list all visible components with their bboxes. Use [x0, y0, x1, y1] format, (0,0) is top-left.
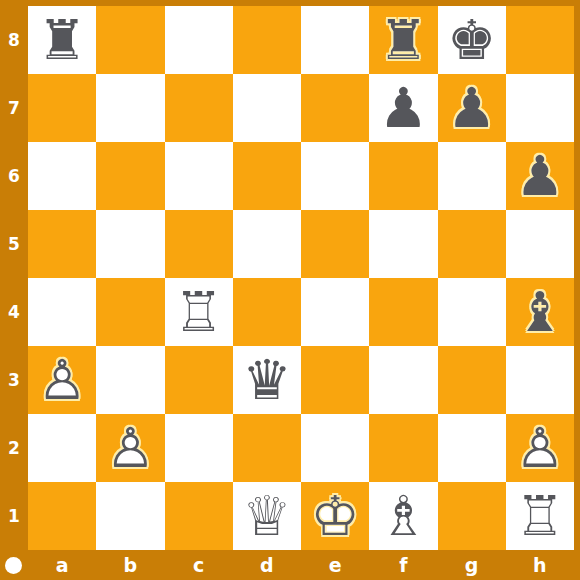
- piece-fill-layer: ♜: [379, 13, 428, 68]
- piece-fill-layer: ♟: [379, 81, 428, 136]
- piece-glyph: ♖: [515, 489, 564, 544]
- square-e6[interactable]: [301, 142, 369, 210]
- piece-fill-layer: ♚: [447, 13, 496, 68]
- square-c5[interactable]: [165, 210, 233, 278]
- piece-glyph: ♙: [106, 421, 155, 476]
- square-d7[interactable]: [233, 74, 301, 142]
- piece-black-rook-a8[interactable]: ♜♜: [28, 6, 96, 74]
- file-label-h: h: [506, 550, 574, 580]
- piece-glyph: ♜: [37, 13, 86, 68]
- piece-fill-layer: ♚: [310, 489, 359, 544]
- rank-label-7: 7: [0, 74, 28, 142]
- file-label-g: g: [438, 550, 506, 580]
- square-a7[interactable]: [28, 74, 96, 142]
- square-d3[interactable]: ♛♛: [233, 346, 301, 414]
- piece-fill-layer: ♛: [242, 489, 291, 544]
- piece-fill-layer: ♟: [37, 353, 86, 408]
- piece-glyph: ♖: [174, 285, 223, 340]
- square-g8[interactable]: ♚♚: [438, 6, 506, 74]
- square-c4[interactable]: ♜♖: [165, 278, 233, 346]
- rank-coordinates: 87654321: [0, 6, 28, 550]
- piece-black-pawn-h6[interactable]: ♟♟: [506, 142, 574, 210]
- piece-white-pawn-a3[interactable]: ♟♙: [28, 346, 96, 414]
- file-label-b: b: [96, 550, 164, 580]
- square-h8[interactable]: [506, 6, 574, 74]
- file-label-a: a: [28, 550, 96, 580]
- square-f2[interactable]: [369, 414, 437, 482]
- square-c8[interactable]: [165, 6, 233, 74]
- piece-white-king-e1[interactable]: ♚♔: [301, 482, 369, 550]
- rank-label-4: 4: [0, 278, 28, 346]
- piece-white-queen-d1[interactable]: ♛♕: [233, 482, 301, 550]
- piece-glyph: ♗: [379, 489, 428, 544]
- square-f8[interactable]: ♜♜: [369, 6, 437, 74]
- square-d4[interactable]: [233, 278, 301, 346]
- white-to-move-indicator: [5, 557, 22, 574]
- piece-fill-layer: ♟: [515, 421, 564, 476]
- piece-glyph: ♙: [515, 421, 564, 476]
- piece-glyph: ♟: [515, 149, 564, 204]
- square-g2[interactable]: [438, 414, 506, 482]
- rank-label-8: 8: [0, 6, 28, 74]
- square-b2[interactable]: ♟♙: [96, 414, 164, 482]
- square-e7[interactable]: [301, 74, 369, 142]
- file-coordinates: abcdefgh: [28, 550, 574, 580]
- square-h4[interactable]: ♝♝: [506, 278, 574, 346]
- square-c1[interactable]: [165, 482, 233, 550]
- piece-glyph: ♟: [379, 81, 428, 136]
- piece-fill-layer: ♝: [379, 489, 428, 544]
- rank-label-6: 6: [0, 142, 28, 210]
- square-c2[interactable]: [165, 414, 233, 482]
- square-g7[interactable]: ♟♟: [438, 74, 506, 142]
- square-b4[interactable]: [96, 278, 164, 346]
- rank-label-1: 1: [0, 482, 28, 550]
- piece-glyph: ♚: [447, 13, 496, 68]
- piece-white-rook-c4[interactable]: ♜♖: [165, 278, 233, 346]
- square-b7[interactable]: [96, 74, 164, 142]
- square-b5[interactable]: [96, 210, 164, 278]
- square-b3[interactable]: [96, 346, 164, 414]
- square-e5[interactable]: [301, 210, 369, 278]
- square-a5[interactable]: [28, 210, 96, 278]
- file-label-f: f: [369, 550, 437, 580]
- file-label-e: e: [301, 550, 369, 580]
- square-c7[interactable]: [165, 74, 233, 142]
- square-a6[interactable]: [28, 142, 96, 210]
- piece-glyph: ♝: [515, 285, 564, 340]
- piece-glyph: ♔: [310, 489, 359, 544]
- piece-black-pawn-f7[interactable]: ♟♟: [369, 74, 437, 142]
- square-e8[interactable]: [301, 6, 369, 74]
- square-c6[interactable]: [165, 142, 233, 210]
- square-a8[interactable]: ♜♜: [28, 6, 96, 74]
- square-g1[interactable]: [438, 482, 506, 550]
- square-e1[interactable]: ♚♔: [301, 482, 369, 550]
- square-a1[interactable]: [28, 482, 96, 550]
- piece-fill-layer: ♜: [37, 13, 86, 68]
- square-d1[interactable]: ♛♕: [233, 482, 301, 550]
- square-f6[interactable]: [369, 142, 437, 210]
- square-d5[interactable]: [233, 210, 301, 278]
- piece-fill-layer: ♜: [515, 489, 564, 544]
- square-g4[interactable]: [438, 278, 506, 346]
- piece-white-rook-h1[interactable]: ♜♖: [506, 482, 574, 550]
- square-e3[interactable]: [301, 346, 369, 414]
- piece-black-king-g8[interactable]: ♚♚: [438, 6, 506, 74]
- piece-fill-layer: ♝: [515, 285, 564, 340]
- chess-board: ♜♜♜♜♚♚♟♟♟♟♟♟♜♖♝♝♟♙♛♛♟♙♟♙♛♕♚♔♝♗♜♖: [28, 6, 574, 550]
- square-h2[interactable]: ♟♙: [506, 414, 574, 482]
- piece-black-rook-f8[interactable]: ♜♜: [369, 6, 437, 74]
- chess-app: ♜♜♜♜♚♚♟♟♟♟♟♟♜♖♝♝♟♙♛♛♟♙♟♙♛♕♚♔♝♗♜♖ 8765432…: [0, 0, 580, 580]
- piece-glyph: ♙: [37, 353, 86, 408]
- square-a3[interactable]: ♟♙: [28, 346, 96, 414]
- piece-white-pawn-b2[interactable]: ♟♙: [96, 414, 164, 482]
- square-f4[interactable]: [369, 278, 437, 346]
- piece-fill-layer: ♟: [515, 149, 564, 204]
- square-g5[interactable]: [438, 210, 506, 278]
- square-h5[interactable]: [506, 210, 574, 278]
- piece-glyph: ♟: [447, 81, 496, 136]
- piece-fill-layer: ♟: [106, 421, 155, 476]
- rank-label-3: 3: [0, 346, 28, 414]
- square-h7[interactable]: [506, 74, 574, 142]
- square-e2[interactable]: [301, 414, 369, 482]
- square-f1[interactable]: ♝♗: [369, 482, 437, 550]
- piece-white-bishop-f1[interactable]: ♝♗: [369, 482, 437, 550]
- square-d6[interactable]: [233, 142, 301, 210]
- square-b1[interactable]: [96, 482, 164, 550]
- piece-fill-layer: ♛: [242, 353, 291, 408]
- square-e4[interactable]: [301, 278, 369, 346]
- piece-white-pawn-h2[interactable]: ♟♙: [506, 414, 574, 482]
- rank-label-2: 2: [0, 414, 28, 482]
- square-h3[interactable]: [506, 346, 574, 414]
- file-label-d: d: [233, 550, 301, 580]
- square-c3[interactable]: [165, 346, 233, 414]
- piece-fill-layer: ♜: [174, 285, 223, 340]
- square-g6[interactable]: [438, 142, 506, 210]
- piece-black-bishop-h4[interactable]: ♝♝: [506, 278, 574, 346]
- file-label-c: c: [165, 550, 233, 580]
- square-a2[interactable]: [28, 414, 96, 482]
- square-a4[interactable]: [28, 278, 96, 346]
- piece-glyph: ♜: [379, 13, 428, 68]
- square-d2[interactable]: [233, 414, 301, 482]
- square-f5[interactable]: [369, 210, 437, 278]
- square-g3[interactable]: [438, 346, 506, 414]
- piece-glyph: ♕: [242, 489, 291, 544]
- square-h1[interactable]: ♜♖: [506, 482, 574, 550]
- piece-black-pawn-g7[interactable]: ♟♟: [438, 74, 506, 142]
- rank-label-5: 5: [0, 210, 28, 278]
- piece-glyph: ♛: [242, 353, 291, 408]
- square-f7[interactable]: ♟♟: [369, 74, 437, 142]
- square-h6[interactable]: ♟♟: [506, 142, 574, 210]
- square-f3[interactable]: [369, 346, 437, 414]
- piece-black-queen-d3[interactable]: ♛♛: [233, 346, 301, 414]
- square-b8[interactable]: [96, 6, 164, 74]
- piece-fill-layer: ♟: [447, 81, 496, 136]
- square-b6[interactable]: [96, 142, 164, 210]
- square-d8[interactable]: [233, 6, 301, 74]
